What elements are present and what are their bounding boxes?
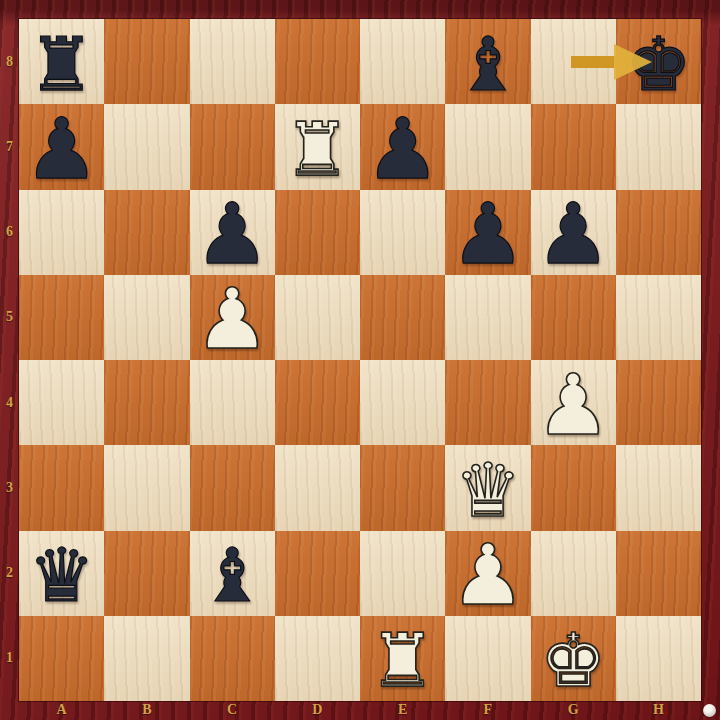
square-g2 [531,531,616,616]
square-b2 [104,531,189,616]
chess-board: ♜♝♚♟♜♟♟♟♟♟♟♛♛♝♟♜♚ [19,19,701,701]
square-h6 [616,190,701,275]
rank-label-8: 8 [0,19,19,104]
black-pawn-c6: ♟ [194,192,269,276]
square-e2 [360,531,445,616]
square-g5 [531,275,616,360]
square-b4 [104,360,189,445]
square-g3 [531,445,616,530]
square-h4 [616,360,701,445]
square-e7: ♟ [360,104,445,189]
square-d3 [275,445,360,530]
square-a3 [19,445,104,530]
white-king-g1: ♚ [540,623,606,697]
white-pawn-g4: ♟ [535,363,610,447]
square-c6: ♟ [190,190,275,275]
square-g7 [531,104,616,189]
square-g8 [531,19,616,104]
square-g1: ♚ [531,616,616,701]
square-f4 [445,360,530,445]
black-bishop-f8: ♝ [455,27,521,101]
rank-labels: 87654321 [0,19,19,701]
square-c3 [190,445,275,530]
black-king-h8: ♚ [625,27,691,101]
file-label-d: D [275,699,360,720]
rank-label-5: 5 [0,275,19,360]
black-pawn-a7: ♟ [24,107,99,191]
square-g6: ♟ [531,190,616,275]
board-frame: 87654321 ABCDEFGH ♜♝♚♟♜♟♟♟♟♟♟♛♛♝♟♜♚ [0,0,720,720]
black-rook-a8: ♜ [28,27,94,101]
square-f8: ♝ [445,19,530,104]
square-f3: ♛ [445,445,530,530]
square-f1 [445,616,530,701]
square-d2 [275,531,360,616]
rank-label-3: 3 [0,445,19,530]
square-a2: ♛ [19,531,104,616]
rank-label-2: 2 [0,531,19,616]
black-queen-a2: ♛ [28,538,94,612]
rank-label-4: 4 [0,360,19,445]
square-d4 [275,360,360,445]
square-b3 [104,445,189,530]
file-label-c: C [190,699,275,720]
rank-label-1: 1 [0,616,19,701]
square-b8 [104,19,189,104]
white-queen-f3: ♛ [455,453,521,527]
square-a4 [19,360,104,445]
rank-label-7: 7 [0,104,19,189]
watermark-dot [703,704,716,717]
black-pawn-e7: ♟ [365,107,440,191]
black-pawn-g6: ♟ [535,192,610,276]
file-label-h: H [616,699,701,720]
square-c5: ♟ [190,275,275,360]
square-h5 [616,275,701,360]
square-a7: ♟ [19,104,104,189]
file-label-f: F [445,699,530,720]
square-h7 [616,104,701,189]
file-label-b: B [104,699,189,720]
black-pawn-f6: ♟ [450,192,525,276]
square-e8 [360,19,445,104]
square-b5 [104,275,189,360]
square-b7 [104,104,189,189]
square-d7: ♜ [275,104,360,189]
black-bishop-c2: ♝ [199,538,265,612]
square-e4 [360,360,445,445]
square-f6: ♟ [445,190,530,275]
square-a5 [19,275,104,360]
square-c4 [190,360,275,445]
square-a8: ♜ [19,19,104,104]
white-rook-d7: ♜ [284,112,350,186]
square-c7 [190,104,275,189]
square-f2: ♟ [445,531,530,616]
square-f5 [445,275,530,360]
square-h3 [616,445,701,530]
square-d6 [275,190,360,275]
square-e3 [360,445,445,530]
square-e5 [360,275,445,360]
square-c8 [190,19,275,104]
square-h1 [616,616,701,701]
square-d8 [275,19,360,104]
square-b1 [104,616,189,701]
square-h8: ♚ [616,19,701,104]
square-a1 [19,616,104,701]
white-pawn-f2: ♟ [450,533,525,617]
square-b6 [104,190,189,275]
rank-label-6: 6 [0,190,19,275]
square-f7 [445,104,530,189]
square-c2: ♝ [190,531,275,616]
square-c1 [190,616,275,701]
white-rook-e1: ♜ [369,623,435,697]
white-pawn-c5: ♟ [194,277,269,361]
square-a6 [19,190,104,275]
square-d1 [275,616,360,701]
square-e6 [360,190,445,275]
square-g4: ♟ [531,360,616,445]
square-h2 [616,531,701,616]
square-e1: ♜ [360,616,445,701]
file-label-a: A [19,699,104,720]
square-d5 [275,275,360,360]
